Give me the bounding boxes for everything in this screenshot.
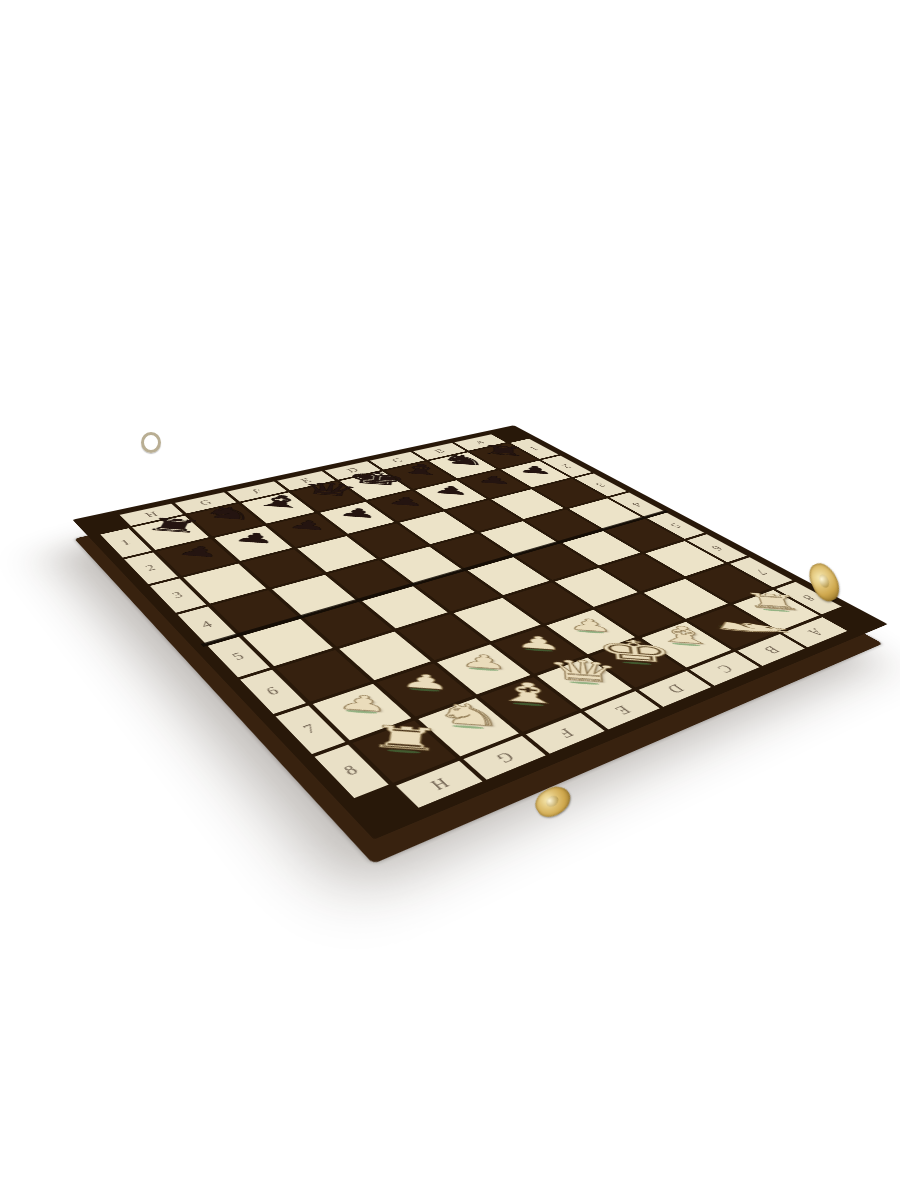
pawn-glyph: ♟ bbox=[517, 464, 554, 475]
pawn-glyph: ♟ bbox=[285, 518, 330, 532]
pawn-glyph: ♟ bbox=[475, 474, 512, 486]
coordinate-label: 1 bbox=[527, 446, 541, 452]
rank-label-far: 3 bbox=[575, 473, 627, 496]
rank-label-far: 5 bbox=[647, 513, 704, 539]
square-b5 bbox=[560, 530, 643, 567]
coordinate-label: 7 bbox=[752, 567, 770, 576]
rank-label-far: 6 bbox=[687, 534, 746, 562]
coordinate-label: 6 bbox=[708, 544, 726, 552]
board-top: 11AA22BB33CC44DD55EE66FF77GG88HH ♜♞♟♝♟♚♟… bbox=[72, 425, 888, 840]
coordinate-label: 1 bbox=[118, 538, 133, 547]
coordinate-label: 4 bbox=[629, 501, 645, 508]
hinge-ring-icon bbox=[141, 432, 161, 453]
rank-label-far: 4 bbox=[610, 492, 664, 516]
pawn-glyph: ♟ bbox=[431, 484, 470, 496]
coordinate-label: 5 bbox=[667, 522, 684, 530]
square-c4 bbox=[478, 520, 560, 556]
square-e3 bbox=[347, 522, 430, 559]
chess-board: 11AA22BB33CC44DD55EE66FF77GG88HH ♜♞♟♝♟♚♟… bbox=[153, 258, 776, 881]
coordinate-label: 2 bbox=[559, 463, 574, 469]
pawn-glyph: ♟ bbox=[337, 506, 380, 519]
rook-glyph: ♜ bbox=[141, 516, 207, 535]
square-c3 bbox=[444, 499, 523, 532]
square-d3 bbox=[397, 510, 478, 545]
square-b4 bbox=[523, 508, 603, 542]
square-d4 bbox=[430, 532, 514, 570]
coordinate-label: 3 bbox=[593, 481, 608, 488]
pawn-glyph: ♟ bbox=[231, 531, 278, 545]
pawn-glyph: ♟ bbox=[385, 495, 426, 508]
chess-set-photo: 11AA22BB33CC44DD55EE66FF77GG88HH ♜♞♟♝♟♚♟… bbox=[0, 0, 900, 1200]
square-b3 bbox=[489, 488, 566, 520]
